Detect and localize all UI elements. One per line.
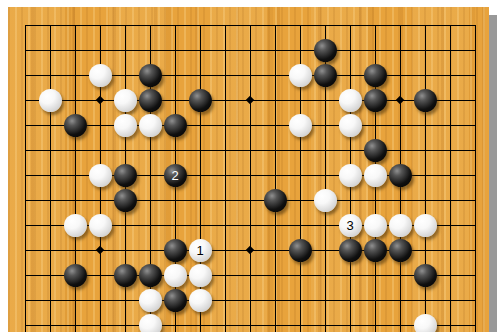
board-intersection[interactable] <box>13 38 38 63</box>
white-stone <box>289 64 312 87</box>
black-stone <box>264 189 287 212</box>
board-intersection[interactable] <box>438 138 463 163</box>
board-intersection[interactable] <box>363 288 388 313</box>
board-intersection[interactable] <box>388 238 413 263</box>
white-stone <box>364 214 387 237</box>
board-intersection[interactable] <box>138 188 163 213</box>
board-intersection[interactable] <box>463 188 488 213</box>
board-intersection[interactable] <box>163 63 188 88</box>
board-intersection[interactable] <box>113 138 138 163</box>
board-intersection[interactable] <box>213 88 238 113</box>
board-intersection[interactable] <box>113 188 138 213</box>
board-intersection[interactable] <box>463 238 488 263</box>
board-intersection[interactable] <box>438 13 463 38</box>
go-diagram-page: { "game": "go", "board": { "size": 19, "… <box>0 0 500 332</box>
board-intersection[interactable] <box>213 163 238 188</box>
black-stone <box>364 239 387 262</box>
board-intersection[interactable] <box>438 88 463 113</box>
board-intersection[interactable] <box>288 313 313 332</box>
white-stone <box>189 264 212 287</box>
white-stone <box>289 114 312 137</box>
board-intersection[interactable] <box>288 63 313 88</box>
board-intersection[interactable] <box>413 13 438 38</box>
board-intersection[interactable] <box>138 313 163 332</box>
board-intersection[interactable] <box>63 188 88 213</box>
board-intersection[interactable] <box>113 213 138 238</box>
board-intersection[interactable] <box>388 188 413 213</box>
board-intersection[interactable] <box>138 38 163 63</box>
white-stone <box>114 89 137 112</box>
board-intersection[interactable] <box>388 113 413 138</box>
board-intersection[interactable] <box>188 138 213 163</box>
board-intersection[interactable] <box>163 263 188 288</box>
black-stone <box>389 164 412 187</box>
board-intersection[interactable] <box>438 238 463 263</box>
board-intersection[interactable] <box>288 163 313 188</box>
board-intersection[interactable] <box>263 88 288 113</box>
board-intersection[interactable] <box>363 63 388 88</box>
board-intersection[interactable] <box>163 113 188 138</box>
board-intersection[interactable] <box>363 213 388 238</box>
board-intersection[interactable] <box>463 88 488 113</box>
board-intersection[interactable] <box>263 263 288 288</box>
board-intersection[interactable] <box>413 238 438 263</box>
white-stone <box>389 214 412 237</box>
board-intersection[interactable] <box>188 263 213 288</box>
white-stone <box>164 264 187 287</box>
board-intersection[interactable] <box>338 238 363 263</box>
board-intersection[interactable] <box>63 213 88 238</box>
board-intersection[interactable] <box>238 63 263 88</box>
board-intersection[interactable] <box>88 263 113 288</box>
board-intersection[interactable] <box>188 88 213 113</box>
board-intersection[interactable] <box>113 13 138 38</box>
board-intersection[interactable] <box>313 163 338 188</box>
black-stone <box>289 239 312 262</box>
board-intersection[interactable] <box>13 188 38 213</box>
board-intersection[interactable] <box>463 113 488 138</box>
black-stone <box>314 64 337 87</box>
board-intersection[interactable] <box>313 38 338 63</box>
board-intersection[interactable] <box>413 63 438 88</box>
board-intersection[interactable] <box>138 238 163 263</box>
board-intersection[interactable] <box>88 238 113 263</box>
board-intersection[interactable] <box>88 188 113 213</box>
move-3-stone: 3 <box>339 214 362 237</box>
board-intersection[interactable] <box>413 88 438 113</box>
board-intersection[interactable] <box>188 313 213 332</box>
board-intersection[interactable]: 3 <box>338 213 363 238</box>
go-board-grid: 231 <box>13 13 488 332</box>
board-intersection[interactable] <box>413 113 438 138</box>
board-intersection[interactable] <box>213 188 238 213</box>
board-intersection[interactable] <box>38 188 63 213</box>
board-intersection[interactable] <box>113 313 138 332</box>
star-point <box>96 246 104 254</box>
board-intersection[interactable] <box>313 288 338 313</box>
white-stone <box>339 89 362 112</box>
board-intersection[interactable] <box>388 63 413 88</box>
board-intersection[interactable] <box>413 288 438 313</box>
board-intersection[interactable] <box>38 63 63 88</box>
white-stone <box>189 289 212 312</box>
board-intersection[interactable] <box>213 113 238 138</box>
board-intersection[interactable]: 2 <box>163 163 188 188</box>
board-intersection[interactable] <box>38 13 63 38</box>
board-intersection[interactable] <box>288 288 313 313</box>
white-stone <box>339 114 362 137</box>
board-intersection[interactable] <box>463 13 488 38</box>
board-intersection[interactable] <box>88 138 113 163</box>
board-intersection[interactable] <box>88 113 113 138</box>
board-intersection[interactable] <box>238 138 263 163</box>
board-intersection[interactable] <box>238 163 263 188</box>
board-intersection[interactable] <box>413 213 438 238</box>
board-intersection[interactable] <box>313 313 338 332</box>
board-intersection[interactable] <box>38 313 63 332</box>
board-intersection[interactable] <box>263 13 288 38</box>
white-stone <box>414 314 437 332</box>
board-intersection[interactable] <box>88 63 113 88</box>
board-intersection[interactable] <box>413 313 438 332</box>
move-number-label: 3 <box>346 219 353 232</box>
board-intersection[interactable] <box>238 263 263 288</box>
board-intersection[interactable] <box>63 263 88 288</box>
board-intersection[interactable] <box>188 288 213 313</box>
board-intersection[interactable] <box>438 63 463 88</box>
board-intersection[interactable] <box>288 138 313 163</box>
black-stone <box>164 289 187 312</box>
board-intersection[interactable] <box>413 188 438 213</box>
board-intersection[interactable] <box>313 263 338 288</box>
board-intersection[interactable] <box>313 213 338 238</box>
board-intersection[interactable] <box>288 13 313 38</box>
board-intersection[interactable] <box>238 313 263 332</box>
board-intersection[interactable] <box>163 213 188 238</box>
board-intersection[interactable] <box>163 13 188 38</box>
board-intersection[interactable] <box>438 38 463 63</box>
board-intersection[interactable] <box>413 263 438 288</box>
board-intersection[interactable] <box>163 188 188 213</box>
board-intersection[interactable] <box>238 113 263 138</box>
black-stone <box>139 89 162 112</box>
board-intersection[interactable] <box>288 38 313 63</box>
board-intersection[interactable] <box>13 288 38 313</box>
board-intersection[interactable] <box>438 263 463 288</box>
white-stone <box>89 214 112 237</box>
board-intersection[interactable] <box>38 263 63 288</box>
board-intersection[interactable] <box>13 138 38 163</box>
board-intersection[interactable] <box>213 38 238 63</box>
board-intersection[interactable] <box>63 238 88 263</box>
board-intersection[interactable] <box>63 113 88 138</box>
board-intersection[interactable] <box>463 163 488 188</box>
board-intersection[interactable] <box>288 238 313 263</box>
board-intersection[interactable] <box>163 138 188 163</box>
board-intersection[interactable] <box>313 88 338 113</box>
board-intersection[interactable] <box>438 288 463 313</box>
board-intersection[interactable] <box>63 138 88 163</box>
board-intersection[interactable] <box>113 163 138 188</box>
board-intersection[interactable] <box>13 263 38 288</box>
board-intersection[interactable] <box>138 88 163 113</box>
board-intersection[interactable] <box>263 113 288 138</box>
board-intersection[interactable] <box>313 238 338 263</box>
board-intersection[interactable] <box>363 188 388 213</box>
board-intersection[interactable] <box>338 163 363 188</box>
move-number-label: 1 <box>196 244 203 257</box>
board-intersection[interactable] <box>38 238 63 263</box>
board-intersection[interactable] <box>263 188 288 213</box>
board-intersection[interactable] <box>163 88 188 113</box>
white-stone <box>114 114 137 137</box>
board-intersection[interactable] <box>88 213 113 238</box>
board-intersection[interactable] <box>263 38 288 63</box>
black-stone <box>389 239 412 262</box>
board-intersection[interactable] <box>463 213 488 238</box>
black-stone <box>64 114 87 137</box>
board-intersection[interactable] <box>88 38 113 63</box>
board-intersection[interactable] <box>113 113 138 138</box>
board-intersection[interactable] <box>463 63 488 88</box>
board-intersection[interactable] <box>188 163 213 188</box>
board-intersection[interactable] <box>388 88 413 113</box>
board-intersection[interactable] <box>38 288 63 313</box>
board-intersection[interactable] <box>113 63 138 88</box>
board-intersection[interactable] <box>188 213 213 238</box>
black-stone <box>164 114 187 137</box>
black-stone <box>339 239 362 262</box>
board-intersection[interactable] <box>363 163 388 188</box>
white-stone <box>39 89 62 112</box>
board-intersection[interactable] <box>263 63 288 88</box>
board-intersection[interactable] <box>263 138 288 163</box>
board-intersection[interactable] <box>88 88 113 113</box>
black-stone <box>164 239 187 262</box>
board-intersection[interactable] <box>363 238 388 263</box>
white-stone <box>339 164 362 187</box>
board-intersection[interactable] <box>63 313 88 332</box>
board-intersection[interactable] <box>313 13 338 38</box>
board-intersection[interactable] <box>238 38 263 63</box>
board-intersection[interactable] <box>388 313 413 332</box>
board-intersection[interactable] <box>388 213 413 238</box>
board-intersection[interactable] <box>288 113 313 138</box>
board-intersection[interactable] <box>138 113 163 138</box>
board-intersection[interactable] <box>463 313 488 332</box>
board-intersection[interactable] <box>263 213 288 238</box>
black-stone <box>314 39 337 62</box>
board-intersection[interactable] <box>238 88 263 113</box>
board-intersection[interactable] <box>213 213 238 238</box>
board-intersection[interactable] <box>213 138 238 163</box>
board-intersection[interactable] <box>363 88 388 113</box>
board-intersection[interactable] <box>63 13 88 38</box>
board-intersection[interactable] <box>38 88 63 113</box>
board-intersection[interactable] <box>338 288 363 313</box>
black-stone <box>114 189 137 212</box>
board-intersection[interactable] <box>63 163 88 188</box>
board-intersection[interactable] <box>163 313 188 332</box>
board-intersection[interactable] <box>213 63 238 88</box>
board-intersection[interactable] <box>138 213 163 238</box>
black-stone <box>364 64 387 87</box>
board-intersection[interactable] <box>163 238 188 263</box>
board-intersection[interactable] <box>163 288 188 313</box>
board-intersection[interactable]: 1 <box>188 238 213 263</box>
board-intersection[interactable] <box>188 63 213 88</box>
board-intersection[interactable] <box>438 113 463 138</box>
board-intersection[interactable] <box>13 163 38 188</box>
board-intersection[interactable] <box>138 288 163 313</box>
white-stone <box>414 214 437 237</box>
board-intersection[interactable] <box>88 13 113 38</box>
board-intersection[interactable] <box>13 63 38 88</box>
board-intersection[interactable] <box>138 13 163 38</box>
board-intersection[interactable] <box>388 38 413 63</box>
board-intersection[interactable] <box>338 263 363 288</box>
board-intersection[interactable] <box>463 263 488 288</box>
board-intersection[interactable] <box>213 13 238 38</box>
board-intersection[interactable] <box>13 238 38 263</box>
board-intersection[interactable] <box>263 313 288 332</box>
white-stone <box>89 64 112 87</box>
move-number-label: 2 <box>171 169 178 182</box>
board-intersection[interactable] <box>13 313 38 332</box>
board-intersection[interactable] <box>313 188 338 213</box>
black-stone <box>114 164 137 187</box>
board-intersection[interactable] <box>113 238 138 263</box>
black-stone <box>114 264 137 287</box>
board-intersection[interactable] <box>363 113 388 138</box>
board-intersection[interactable] <box>63 38 88 63</box>
board-intersection[interactable] <box>213 238 238 263</box>
board-intersection[interactable] <box>338 13 363 38</box>
board-intersection[interactable] <box>38 163 63 188</box>
board-intersection[interactable] <box>138 63 163 88</box>
board-intersection[interactable] <box>338 313 363 332</box>
board-intersection[interactable] <box>363 38 388 63</box>
board-intersection[interactable] <box>38 113 63 138</box>
board-intersection[interactable] <box>163 38 188 63</box>
board-intersection[interactable] <box>288 188 313 213</box>
board-intersection[interactable] <box>113 88 138 113</box>
board-intersection[interactable] <box>38 213 63 238</box>
board-intersection[interactable] <box>363 263 388 288</box>
board-intersection[interactable] <box>438 213 463 238</box>
board-intersection[interactable] <box>113 288 138 313</box>
go-board: 231 <box>8 7 489 332</box>
board-intersection[interactable] <box>88 313 113 332</box>
board-intersection[interactable] <box>438 313 463 332</box>
board-intersection[interactable] <box>138 263 163 288</box>
board-intersection[interactable] <box>338 188 363 213</box>
board-intersection[interactable] <box>213 313 238 332</box>
board-intersection[interactable] <box>213 263 238 288</box>
move-1-stone: 1 <box>189 239 212 262</box>
white-stone <box>139 314 162 332</box>
board-intersection[interactable] <box>188 13 213 38</box>
board-intersection[interactable] <box>388 138 413 163</box>
board-intersection[interactable] <box>338 88 363 113</box>
board-intersection[interactable] <box>338 38 363 63</box>
black-stone <box>64 264 87 287</box>
board-intersection[interactable] <box>313 63 338 88</box>
board-intersection[interactable] <box>88 288 113 313</box>
board-intersection[interactable] <box>313 138 338 163</box>
board-intersection[interactable] <box>238 213 263 238</box>
board-intersection[interactable] <box>288 88 313 113</box>
board-intersection[interactable] <box>413 138 438 163</box>
board-intersection[interactable] <box>438 163 463 188</box>
board-intersection[interactable] <box>388 263 413 288</box>
board-intersection[interactable] <box>238 13 263 38</box>
board-intersection[interactable] <box>113 263 138 288</box>
board-intersection[interactable] <box>413 38 438 63</box>
star-point <box>246 96 254 104</box>
board-intersection[interactable] <box>238 238 263 263</box>
black-stone <box>364 89 387 112</box>
board-intersection[interactable] <box>63 88 88 113</box>
board-intersection[interactable] <box>338 63 363 88</box>
board-intersection[interactable] <box>88 163 113 188</box>
board-intersection[interactable] <box>388 288 413 313</box>
star-point <box>96 96 104 104</box>
board-intersection[interactable] <box>188 113 213 138</box>
board-intersection[interactable] <box>363 313 388 332</box>
board-intersection[interactable] <box>338 113 363 138</box>
board-intersection[interactable] <box>438 188 463 213</box>
board-intersection[interactable] <box>238 288 263 313</box>
board-intersection[interactable] <box>463 138 488 163</box>
board-intersection[interactable] <box>363 13 388 38</box>
board-intersection[interactable] <box>288 213 313 238</box>
white-stone <box>314 189 337 212</box>
board-intersection[interactable] <box>263 163 288 188</box>
board-intersection[interactable] <box>38 138 63 163</box>
board-intersection[interactable] <box>13 88 38 113</box>
board-intersection[interactable] <box>238 188 263 213</box>
board-intersection[interactable] <box>263 288 288 313</box>
board-intersection[interactable] <box>13 213 38 238</box>
white-stone <box>139 114 162 137</box>
board-intersection[interactable] <box>338 138 363 163</box>
board-intersection[interactable] <box>13 113 38 138</box>
board-intersection[interactable] <box>388 13 413 38</box>
board-intersection[interactable] <box>188 38 213 63</box>
board-intersection[interactable] <box>188 188 213 213</box>
board-intersection[interactable] <box>213 288 238 313</box>
board-intersection[interactable] <box>63 63 88 88</box>
board-intersection[interactable] <box>38 38 63 63</box>
board-intersection[interactable] <box>463 38 488 63</box>
board-intersection[interactable] <box>363 138 388 163</box>
white-stone <box>364 164 387 187</box>
board-intersection[interactable] <box>63 288 88 313</box>
board-intersection[interactable] <box>313 113 338 138</box>
board-intersection[interactable] <box>463 288 488 313</box>
board-intersection[interactable] <box>263 238 288 263</box>
board-intersection[interactable] <box>13 13 38 38</box>
board-intersection[interactable] <box>138 163 163 188</box>
white-stone <box>139 289 162 312</box>
board-intersection[interactable] <box>288 263 313 288</box>
board-intersection[interactable] <box>388 163 413 188</box>
black-stone <box>139 264 162 287</box>
board-intersection[interactable] <box>113 38 138 63</box>
board-intersection[interactable] <box>413 163 438 188</box>
board-intersection[interactable] <box>138 138 163 163</box>
